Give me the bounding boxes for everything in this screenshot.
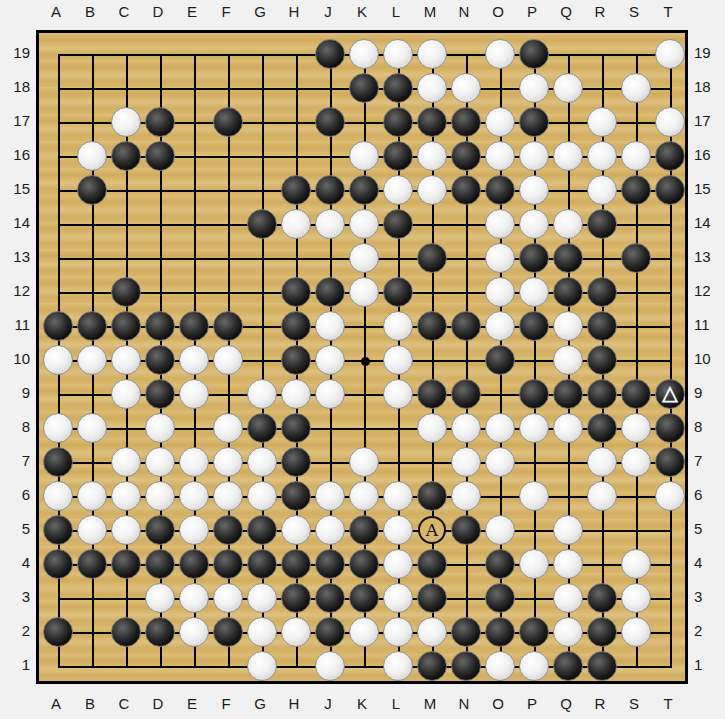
intersection-R9[interactable] — [586, 378, 620, 412]
intersection-B18[interactable] — [76, 72, 110, 106]
intersection-Q19[interactable] — [552, 38, 586, 72]
intersection-T15[interactable] — [654, 174, 688, 208]
intersection-F10[interactable] — [212, 344, 246, 378]
intersection-D8[interactable] — [144, 412, 178, 446]
intersection-S3[interactable] — [620, 582, 654, 616]
intersection-J15[interactable] — [314, 174, 348, 208]
intersection-H3[interactable] — [280, 582, 314, 616]
intersection-R15[interactable] — [586, 174, 620, 208]
intersection-C2[interactable] — [110, 616, 144, 650]
intersection-E11[interactable] — [178, 310, 212, 344]
intersection-Q9[interactable] — [552, 378, 586, 412]
intersection-R8[interactable] — [586, 412, 620, 446]
intersection-G12[interactable] — [246, 276, 280, 310]
intersection-B1[interactable] — [76, 650, 110, 684]
intersection-L3[interactable] — [382, 582, 416, 616]
intersection-D13[interactable] — [144, 242, 178, 276]
intersection-R11[interactable] — [586, 310, 620, 344]
intersection-G19[interactable] — [246, 38, 280, 72]
intersection-M10[interactable] — [416, 344, 450, 378]
intersection-Q7[interactable] — [552, 446, 586, 480]
intersection-H16[interactable] — [280, 140, 314, 174]
intersection-A18[interactable] — [42, 72, 76, 106]
intersection-R16[interactable] — [586, 140, 620, 174]
intersection-J8[interactable] — [314, 412, 348, 446]
intersection-B7[interactable] — [76, 446, 110, 480]
intersection-A13[interactable] — [42, 242, 76, 276]
intersection-D5[interactable] — [144, 514, 178, 548]
intersection-L7[interactable] — [382, 446, 416, 480]
intersection-L1[interactable] — [382, 650, 416, 684]
intersection-R5[interactable] — [586, 514, 620, 548]
intersection-F8[interactable] — [212, 412, 246, 446]
intersection-C6[interactable] — [110, 480, 144, 514]
intersection-L11[interactable] — [382, 310, 416, 344]
intersection-B3[interactable] — [76, 582, 110, 616]
intersection-K9[interactable] — [348, 378, 382, 412]
intersection-A5[interactable] — [42, 514, 76, 548]
intersection-T7[interactable] — [654, 446, 688, 480]
intersection-J9[interactable] — [314, 378, 348, 412]
intersection-P15[interactable] — [518, 174, 552, 208]
intersection-L13[interactable] — [382, 242, 416, 276]
intersection-M13[interactable] — [416, 242, 450, 276]
intersection-S6[interactable] — [620, 480, 654, 514]
intersection-T2[interactable] — [654, 616, 688, 650]
intersection-L4[interactable] — [382, 548, 416, 582]
intersection-C5[interactable] — [110, 514, 144, 548]
intersection-M8[interactable] — [416, 412, 450, 446]
intersection-Q12[interactable] — [552, 276, 586, 310]
intersection-H13[interactable] — [280, 242, 314, 276]
intersection-C14[interactable] — [110, 208, 144, 242]
intersection-D19[interactable] — [144, 38, 178, 72]
intersection-Q15[interactable] — [552, 174, 586, 208]
intersection-G7[interactable] — [246, 446, 280, 480]
intersection-L12[interactable] — [382, 276, 416, 310]
intersection-P9[interactable] — [518, 378, 552, 412]
intersection-D9[interactable] — [144, 378, 178, 412]
intersection-A11[interactable] — [42, 310, 76, 344]
intersection-N10[interactable] — [450, 344, 484, 378]
intersection-E3[interactable] — [178, 582, 212, 616]
intersection-J16[interactable] — [314, 140, 348, 174]
intersection-S7[interactable] — [620, 446, 654, 480]
intersection-P11[interactable] — [518, 310, 552, 344]
intersection-P1[interactable] — [518, 650, 552, 684]
intersection-H4[interactable] — [280, 548, 314, 582]
intersection-P17[interactable] — [518, 106, 552, 140]
intersection-K11[interactable] — [348, 310, 382, 344]
intersection-G15[interactable] — [246, 174, 280, 208]
intersection-N11[interactable] — [450, 310, 484, 344]
intersection-G3[interactable] — [246, 582, 280, 616]
intersection-F14[interactable] — [212, 208, 246, 242]
intersection-P10[interactable] — [518, 344, 552, 378]
intersection-K14[interactable] — [348, 208, 382, 242]
intersection-C9[interactable] — [110, 378, 144, 412]
intersection-S17[interactable] — [620, 106, 654, 140]
intersection-M12[interactable] — [416, 276, 450, 310]
intersection-E10[interactable] — [178, 344, 212, 378]
intersection-T18[interactable] — [654, 72, 688, 106]
intersection-G16[interactable] — [246, 140, 280, 174]
intersection-B5[interactable] — [76, 514, 110, 548]
intersection-J7[interactable] — [314, 446, 348, 480]
intersection-B14[interactable] — [76, 208, 110, 242]
intersection-H6[interactable] — [280, 480, 314, 514]
intersection-T3[interactable] — [654, 582, 688, 616]
intersection-M6[interactable] — [416, 480, 450, 514]
intersection-R4[interactable] — [586, 548, 620, 582]
intersection-B9[interactable] — [76, 378, 110, 412]
intersection-P5[interactable] — [518, 514, 552, 548]
intersection-K1[interactable] — [348, 650, 382, 684]
intersection-J17[interactable] — [314, 106, 348, 140]
intersection-R2[interactable] — [586, 616, 620, 650]
intersection-A15[interactable] — [42, 174, 76, 208]
intersection-S18[interactable] — [620, 72, 654, 106]
intersection-A14[interactable] — [42, 208, 76, 242]
intersection-H7[interactable] — [280, 446, 314, 480]
intersection-L10[interactable] — [382, 344, 416, 378]
intersection-J1[interactable] — [314, 650, 348, 684]
intersection-T17[interactable] — [654, 106, 688, 140]
intersection-N7[interactable] — [450, 446, 484, 480]
intersection-G10[interactable] — [246, 344, 280, 378]
intersection-D11[interactable] — [144, 310, 178, 344]
intersection-Q10[interactable] — [552, 344, 586, 378]
intersection-O3[interactable] — [484, 582, 518, 616]
intersection-F9[interactable] — [212, 378, 246, 412]
intersection-N9[interactable] — [450, 378, 484, 412]
intersection-T8[interactable] — [654, 412, 688, 446]
intersection-L9[interactable] — [382, 378, 416, 412]
intersection-T4[interactable] — [654, 548, 688, 582]
intersection-D7[interactable] — [144, 446, 178, 480]
intersection-D6[interactable] — [144, 480, 178, 514]
intersection-Q13[interactable] — [552, 242, 586, 276]
intersection-M4[interactable] — [416, 548, 450, 582]
intersection-G13[interactable] — [246, 242, 280, 276]
intersection-O16[interactable] — [484, 140, 518, 174]
intersection-J6[interactable] — [314, 480, 348, 514]
intersection-M18[interactable] — [416, 72, 450, 106]
intersection-D10[interactable] — [144, 344, 178, 378]
intersection-H2[interactable] — [280, 616, 314, 650]
intersection-F17[interactable] — [212, 106, 246, 140]
intersection-A9[interactable] — [42, 378, 76, 412]
intersection-A10[interactable] — [42, 344, 76, 378]
intersection-L17[interactable] — [382, 106, 416, 140]
intersection-M19[interactable] — [416, 38, 450, 72]
intersection-K13[interactable] — [348, 242, 382, 276]
intersection-E12[interactable] — [178, 276, 212, 310]
intersection-C7[interactable] — [110, 446, 144, 480]
intersection-E7[interactable] — [178, 446, 212, 480]
intersection-H10[interactable] — [280, 344, 314, 378]
intersection-J10[interactable] — [314, 344, 348, 378]
intersection-Q3[interactable] — [552, 582, 586, 616]
intersection-A2[interactable] — [42, 616, 76, 650]
intersection-C11[interactable] — [110, 310, 144, 344]
intersection-D1[interactable] — [144, 650, 178, 684]
intersection-K18[interactable] — [348, 72, 382, 106]
intersection-N19[interactable] — [450, 38, 484, 72]
intersection-M1[interactable] — [416, 650, 450, 684]
intersection-C18[interactable] — [110, 72, 144, 106]
intersection-G4[interactable] — [246, 548, 280, 582]
intersection-M9[interactable] — [416, 378, 450, 412]
intersection-R1[interactable] — [586, 650, 620, 684]
intersection-B6[interactable] — [76, 480, 110, 514]
intersection-R7[interactable] — [586, 446, 620, 480]
intersection-Q5[interactable] — [552, 514, 586, 548]
intersection-F16[interactable] — [212, 140, 246, 174]
intersection-O4[interactable] — [484, 548, 518, 582]
intersection-G18[interactable] — [246, 72, 280, 106]
intersection-O13[interactable] — [484, 242, 518, 276]
intersection-C1[interactable] — [110, 650, 144, 684]
intersection-F5[interactable] — [212, 514, 246, 548]
intersection-L14[interactable] — [382, 208, 416, 242]
intersection-B8[interactable] — [76, 412, 110, 446]
intersection-T6[interactable] — [654, 480, 688, 514]
intersection-L16[interactable] — [382, 140, 416, 174]
intersection-O9[interactable] — [484, 378, 518, 412]
intersection-D17[interactable] — [144, 106, 178, 140]
intersection-N18[interactable] — [450, 72, 484, 106]
intersection-K8[interactable] — [348, 412, 382, 446]
intersection-R13[interactable] — [586, 242, 620, 276]
intersection-L18[interactable] — [382, 72, 416, 106]
intersection-T9[interactable]: △ — [654, 378, 688, 412]
intersection-G8[interactable] — [246, 412, 280, 446]
intersection-S12[interactable] — [620, 276, 654, 310]
intersection-P2[interactable] — [518, 616, 552, 650]
intersection-S19[interactable] — [620, 38, 654, 72]
intersection-J4[interactable] — [314, 548, 348, 582]
intersection-R14[interactable] — [586, 208, 620, 242]
intersection-A6[interactable] — [42, 480, 76, 514]
intersection-A1[interactable] — [42, 650, 76, 684]
intersection-Q11[interactable] — [552, 310, 586, 344]
intersection-B15[interactable] — [76, 174, 110, 208]
intersection-C4[interactable] — [110, 548, 144, 582]
intersection-M11[interactable] — [416, 310, 450, 344]
intersection-A17[interactable] — [42, 106, 76, 140]
intersection-O15[interactable] — [484, 174, 518, 208]
intersection-P6[interactable] — [518, 480, 552, 514]
intersection-G14[interactable] — [246, 208, 280, 242]
intersection-E16[interactable] — [178, 140, 212, 174]
intersection-P8[interactable] — [518, 412, 552, 446]
intersection-Q2[interactable] — [552, 616, 586, 650]
intersection-T1[interactable] — [654, 650, 688, 684]
intersection-J12[interactable] — [314, 276, 348, 310]
intersection-R18[interactable] — [586, 72, 620, 106]
intersection-S16[interactable] — [620, 140, 654, 174]
intersection-G5[interactable] — [246, 514, 280, 548]
intersection-G17[interactable] — [246, 106, 280, 140]
intersection-C10[interactable] — [110, 344, 144, 378]
intersection-O18[interactable] — [484, 72, 518, 106]
intersection-M15[interactable] — [416, 174, 450, 208]
intersection-D12[interactable] — [144, 276, 178, 310]
intersection-S4[interactable] — [620, 548, 654, 582]
intersection-P3[interactable] — [518, 582, 552, 616]
intersection-F7[interactable] — [212, 446, 246, 480]
intersection-N8[interactable] — [450, 412, 484, 446]
intersection-T10[interactable] — [654, 344, 688, 378]
intersection-E14[interactable] — [178, 208, 212, 242]
intersection-P16[interactable] — [518, 140, 552, 174]
intersection-T19[interactable] — [654, 38, 688, 72]
intersection-T5[interactable] — [654, 514, 688, 548]
intersection-F2[interactable] — [212, 616, 246, 650]
intersection-K10[interactable] — [348, 344, 382, 378]
intersection-S5[interactable] — [620, 514, 654, 548]
intersection-H1[interactable] — [280, 650, 314, 684]
intersection-T13[interactable] — [654, 242, 688, 276]
intersection-A16[interactable] — [42, 140, 76, 174]
intersection-H12[interactable] — [280, 276, 314, 310]
intersection-D4[interactable] — [144, 548, 178, 582]
intersection-J3[interactable] — [314, 582, 348, 616]
intersection-N4[interactable] — [450, 548, 484, 582]
intersection-T12[interactable] — [654, 276, 688, 310]
intersection-A3[interactable] — [42, 582, 76, 616]
intersection-L5[interactable] — [382, 514, 416, 548]
intersection-H19[interactable] — [280, 38, 314, 72]
intersection-K17[interactable] — [348, 106, 382, 140]
intersection-M14[interactable] — [416, 208, 450, 242]
intersection-O10[interactable] — [484, 344, 518, 378]
intersection-E8[interactable] — [178, 412, 212, 446]
intersection-C12[interactable] — [110, 276, 144, 310]
intersection-H5[interactable] — [280, 514, 314, 548]
intersection-C8[interactable] — [110, 412, 144, 446]
intersection-Q4[interactable] — [552, 548, 586, 582]
intersection-K7[interactable] — [348, 446, 382, 480]
intersection-N16[interactable] — [450, 140, 484, 174]
intersection-N6[interactable] — [450, 480, 484, 514]
intersection-O12[interactable] — [484, 276, 518, 310]
intersection-H9[interactable] — [280, 378, 314, 412]
intersection-N17[interactable] — [450, 106, 484, 140]
intersection-E18[interactable] — [178, 72, 212, 106]
intersection-B16[interactable] — [76, 140, 110, 174]
intersection-K19[interactable] — [348, 38, 382, 72]
intersection-D2[interactable] — [144, 616, 178, 650]
intersection-J19[interactable] — [314, 38, 348, 72]
intersection-A4[interactable] — [42, 548, 76, 582]
intersection-H8[interactable] — [280, 412, 314, 446]
intersection-F12[interactable] — [212, 276, 246, 310]
intersection-J13[interactable] — [314, 242, 348, 276]
intersection-H18[interactable] — [280, 72, 314, 106]
intersection-N5[interactable] — [450, 514, 484, 548]
intersection-O11[interactable] — [484, 310, 518, 344]
intersection-B19[interactable] — [76, 38, 110, 72]
intersection-L15[interactable] — [382, 174, 416, 208]
intersection-K5[interactable] — [348, 514, 382, 548]
intersection-B10[interactable] — [76, 344, 110, 378]
intersection-R17[interactable] — [586, 106, 620, 140]
intersection-G2[interactable] — [246, 616, 280, 650]
intersection-Q14[interactable] — [552, 208, 586, 242]
intersection-O14[interactable] — [484, 208, 518, 242]
intersection-R19[interactable] — [586, 38, 620, 72]
intersection-S9[interactable] — [620, 378, 654, 412]
intersection-B13[interactable] — [76, 242, 110, 276]
intersection-J18[interactable] — [314, 72, 348, 106]
intersection-S11[interactable] — [620, 310, 654, 344]
intersection-N15[interactable] — [450, 174, 484, 208]
intersection-C16[interactable] — [110, 140, 144, 174]
intersection-K15[interactable] — [348, 174, 382, 208]
intersection-S2[interactable] — [620, 616, 654, 650]
intersection-C13[interactable] — [110, 242, 144, 276]
intersection-J2[interactable] — [314, 616, 348, 650]
intersection-P13[interactable] — [518, 242, 552, 276]
intersection-A12[interactable] — [42, 276, 76, 310]
intersection-M3[interactable] — [416, 582, 450, 616]
intersection-L6[interactable] — [382, 480, 416, 514]
intersection-M2[interactable] — [416, 616, 450, 650]
intersection-E6[interactable] — [178, 480, 212, 514]
intersection-K16[interactable] — [348, 140, 382, 174]
intersection-O8[interactable] — [484, 412, 518, 446]
intersection-J5[interactable] — [314, 514, 348, 548]
intersection-F18[interactable] — [212, 72, 246, 106]
intersection-C3[interactable] — [110, 582, 144, 616]
intersection-L8[interactable] — [382, 412, 416, 446]
intersection-B4[interactable] — [76, 548, 110, 582]
intersection-T11[interactable] — [654, 310, 688, 344]
intersection-R12[interactable] — [586, 276, 620, 310]
intersection-D18[interactable] — [144, 72, 178, 106]
intersection-P18[interactable] — [518, 72, 552, 106]
intersection-P12[interactable] — [518, 276, 552, 310]
intersection-G9[interactable] — [246, 378, 280, 412]
intersection-B2[interactable] — [76, 616, 110, 650]
intersection-J11[interactable] — [314, 310, 348, 344]
intersection-M17[interactable] — [416, 106, 450, 140]
intersection-C17[interactable] — [110, 106, 144, 140]
intersection-E4[interactable] — [178, 548, 212, 582]
intersection-Q8[interactable] — [552, 412, 586, 446]
intersection-F3[interactable] — [212, 582, 246, 616]
intersection-Q16[interactable] — [552, 140, 586, 174]
intersection-N2[interactable] — [450, 616, 484, 650]
intersection-B12[interactable] — [76, 276, 110, 310]
intersection-S15[interactable] — [620, 174, 654, 208]
intersection-T14[interactable] — [654, 208, 688, 242]
intersection-N14[interactable] — [450, 208, 484, 242]
intersection-O19[interactable] — [484, 38, 518, 72]
intersection-O5[interactable] — [484, 514, 518, 548]
intersection-O1[interactable] — [484, 650, 518, 684]
intersection-E1[interactable] — [178, 650, 212, 684]
intersection-O2[interactable] — [484, 616, 518, 650]
intersection-O7[interactable] — [484, 446, 518, 480]
intersection-E2[interactable] — [178, 616, 212, 650]
intersection-E19[interactable] — [178, 38, 212, 72]
intersection-K6[interactable] — [348, 480, 382, 514]
intersection-S8[interactable] — [620, 412, 654, 446]
intersection-Q17[interactable] — [552, 106, 586, 140]
